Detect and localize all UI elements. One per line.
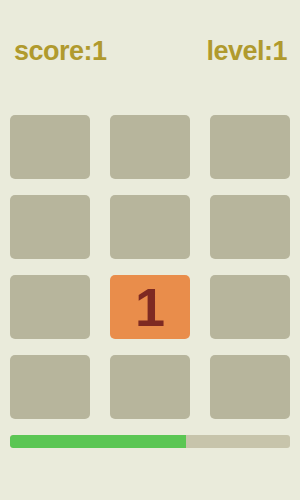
tile[interactable]: [210, 115, 290, 179]
tile[interactable]: [10, 195, 90, 259]
tile[interactable]: [10, 115, 90, 179]
score-label: score:1: [14, 38, 107, 65]
tile[interactable]: [110, 355, 190, 419]
tile-grid: 1: [10, 115, 290, 419]
tile[interactable]: [210, 275, 290, 339]
progress-bar-track: [10, 435, 290, 448]
tile[interactable]: [110, 195, 190, 259]
level-label: level:1: [206, 38, 287, 65]
tile[interactable]: [10, 275, 90, 339]
progress-bar-fill: [10, 435, 186, 448]
header: score:1 level:1: [0, 38, 300, 65]
tile[interactable]: [210, 355, 290, 419]
tile-revealed-1[interactable]: 1: [110, 275, 190, 339]
tile[interactable]: [10, 355, 90, 419]
tile[interactable]: [110, 115, 190, 179]
tile[interactable]: [210, 195, 290, 259]
